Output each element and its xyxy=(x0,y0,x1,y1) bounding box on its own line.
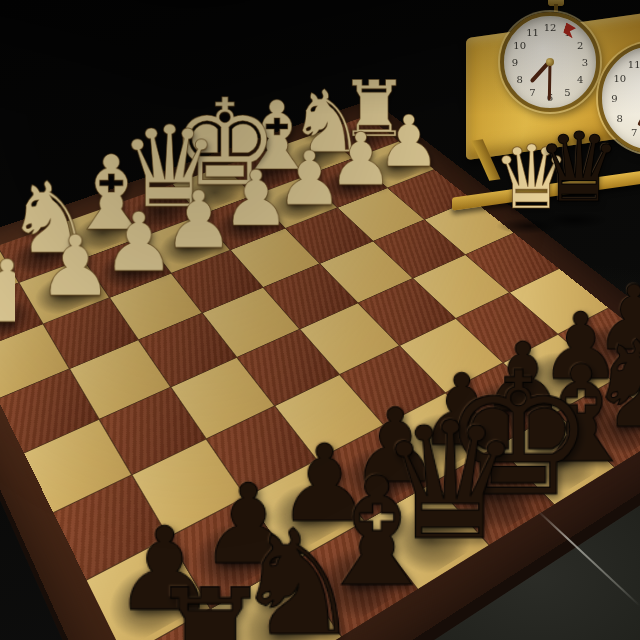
dial-numeral-10: 10 xyxy=(613,73,626,84)
dial-numeral-11: 11 xyxy=(628,58,640,69)
white-pawn[interactable]: ♟ xyxy=(0,248,75,335)
dial-numeral-9: 9 xyxy=(611,93,617,104)
dial-numeral-4: 4 xyxy=(577,74,583,85)
square-r7c0[interactable]: ♜ xyxy=(125,609,257,640)
black-rook[interactable]: ♜ xyxy=(114,570,306,640)
dial-numeral-10: 10 xyxy=(513,39,526,50)
dial-numeral-5: 5 xyxy=(564,87,570,98)
dial-numeral-9: 9 xyxy=(512,57,518,68)
clock-button[interactable] xyxy=(548,0,564,6)
dial-numeral-7: 7 xyxy=(631,127,637,138)
dial-numeral-7: 7 xyxy=(529,87,535,98)
dial-numeral-12: 12 xyxy=(544,22,557,33)
hand-cap xyxy=(546,58,554,66)
dial-numeral-2: 2 xyxy=(577,39,583,50)
dial-numeral-3: 3 xyxy=(582,57,588,68)
dial-numeral-11: 11 xyxy=(526,26,539,37)
minute-hand xyxy=(548,62,551,101)
clock-dial-left: 121234567891011 xyxy=(500,12,600,112)
dial-numeral-8: 8 xyxy=(517,74,523,85)
spare-black-queen[interactable]: ♛ xyxy=(536,120,622,216)
